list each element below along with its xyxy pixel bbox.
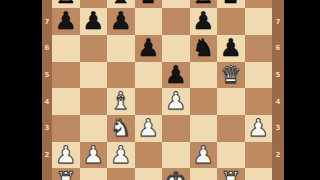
white-bishop-c4: ♝ [107,88,135,115]
square-d1[interactable] [135,168,163,180]
square-c1[interactable] [107,168,135,180]
white-rook-a1: ♜ [52,168,80,180]
square-e5[interactable]: ♟ [162,62,190,89]
square-d4[interactable] [135,88,163,115]
square-b1[interactable] [80,168,108,180]
square-g4[interactable] [217,88,245,115]
rank-label-left-5: 5 [42,71,52,79]
white-king-e1: ♚ [162,168,190,180]
square-f1[interactable] [190,168,218,180]
square-g7[interactable] [217,8,245,35]
square-f3[interactable] [190,115,218,142]
square-g3[interactable] [217,115,245,142]
rank-label-right-5: 5 [272,71,284,79]
square-h6[interactable] [245,35,273,62]
square-e4[interactable]: ♟ [162,88,190,115]
square-a3[interactable] [52,115,80,142]
square-d5[interactable] [135,62,163,89]
square-e6[interactable] [162,35,190,62]
square-f5[interactable] [190,62,218,89]
square-c3[interactable]: ♞ [107,115,135,142]
rank-label-right-7: 7 [272,18,284,26]
square-g2[interactable] [217,142,245,169]
rank-label-left-3: 3 [42,124,52,132]
square-c5[interactable] [107,62,135,89]
square-h7[interactable] [245,8,273,35]
board-squares: ♜♝♛♜♚♟♟♟♟♟♞♟♟♛♝♟♞♟♟♟♟♟♟♜♚♜ [52,0,272,180]
square-a5[interactable] [52,62,80,89]
chess-board: 765432 ♜♝♛♜♚♟♟♟♟♟♞♟♟♛♝♟♞♟♟♟♟♟♟♜♚♜ 765432 [42,0,284,180]
square-e7[interactable] [162,8,190,35]
white-pawn-a2: ♟ [52,142,80,169]
video-frame: 765432 ♜♝♛♜♚♟♟♟♟♟♞♟♟♛♝♟♞♟♟♟♟♟♟♜♚♜ 765432 [0,0,320,180]
rank-label-left-6: 6 [42,44,52,52]
black-pawn-e5: ♟ [162,62,190,89]
square-h3[interactable]: ♟ [245,115,273,142]
square-b7[interactable]: ♟ [80,8,108,35]
square-h4[interactable] [245,88,273,115]
square-a7[interactable]: ♟ [52,8,80,35]
square-h2[interactable] [245,142,273,169]
square-d6[interactable]: ♟ [135,35,163,62]
square-e1[interactable]: ♚ [162,168,190,180]
square-d3[interactable]: ♟ [135,115,163,142]
square-d7[interactable] [135,8,163,35]
rank-labels-left: 765432 [42,0,52,180]
square-c6[interactable] [107,35,135,62]
square-h5[interactable] [245,62,273,89]
rank-label-right-4: 4 [272,98,284,106]
white-pawn-h3: ♟ [245,115,273,142]
square-c4[interactable]: ♝ [107,88,135,115]
rank-label-left-4: 4 [42,98,52,106]
square-f7[interactable]: ♟ [190,8,218,35]
white-rook-g1: ♜ [217,168,245,180]
white-queen-g5: ♛ [217,62,245,89]
square-e8[interactable] [162,0,190,8]
black-pawn-b7: ♟ [80,8,108,35]
white-knight-c3: ♞ [107,115,135,142]
square-a6[interactable] [52,35,80,62]
square-f6[interactable]: ♞ [190,35,218,62]
square-f2[interactable]: ♟ [190,142,218,169]
black-pawn-a7: ♟ [52,8,80,35]
square-h8[interactable] [245,0,273,8]
square-b2[interactable]: ♟ [80,142,108,169]
rank-labels-right: 765432 [272,0,284,180]
rank-label-left-7: 7 [42,18,52,26]
white-pawn-f2: ♟ [190,142,218,169]
square-e3[interactable] [162,115,190,142]
square-g5[interactable]: ♛ [217,62,245,89]
white-pawn-d3: ♟ [135,115,163,142]
square-b6[interactable] [80,35,108,62]
square-c2[interactable]: ♟ [107,142,135,169]
square-b5[interactable] [80,62,108,89]
rank-label-left-2: 2 [42,151,52,159]
black-queen-d8: ♛ [135,0,163,8]
rank-label-right-6: 6 [272,44,284,52]
square-e2[interactable] [162,142,190,169]
white-pawn-b2: ♟ [80,142,108,169]
black-king-g8: ♚ [217,0,245,8]
square-d2[interactable] [135,142,163,169]
black-pawn-f7: ♟ [190,8,218,35]
rank-label-right-3: 3 [272,124,284,132]
square-c7[interactable]: ♟ [107,8,135,35]
square-b4[interactable] [80,88,108,115]
black-pawn-c7: ♟ [107,8,135,35]
square-g1[interactable]: ♜ [217,168,245,180]
black-pawn-g6: ♟ [217,35,245,62]
rank-label-right-2: 2 [272,151,284,159]
square-g6[interactable]: ♟ [217,35,245,62]
square-a1[interactable]: ♜ [52,168,80,180]
square-a4[interactable] [52,88,80,115]
square-b3[interactable] [80,115,108,142]
square-a2[interactable]: ♟ [52,142,80,169]
square-d8[interactable]: ♛ [135,0,163,8]
black-knight-f6: ♞ [190,35,218,62]
square-h1[interactable] [245,168,273,180]
black-pawn-d6: ♟ [135,35,163,62]
white-pawn-c2: ♟ [107,142,135,169]
square-f4[interactable] [190,88,218,115]
white-pawn-e4: ♟ [162,88,190,115]
square-g8[interactable]: ♚ [217,0,245,8]
